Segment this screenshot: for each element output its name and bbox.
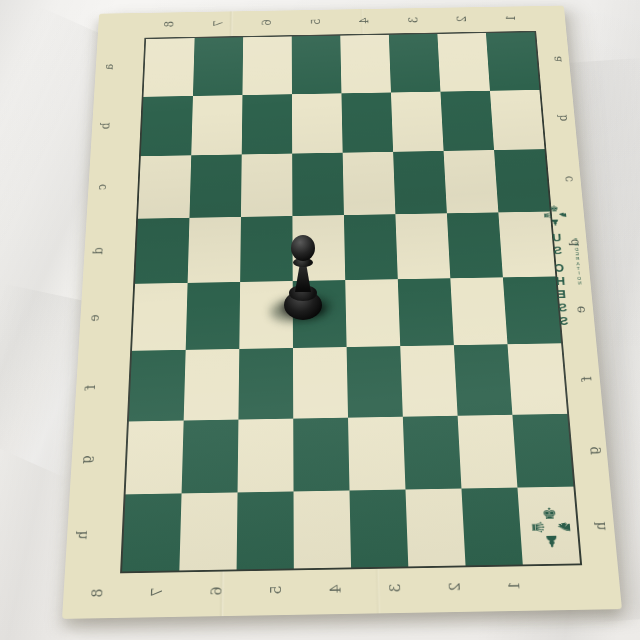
- square-a8[interactable]: [143, 38, 194, 96]
- square-b6[interactable]: [242, 94, 292, 155]
- square-g7[interactable]: [182, 419, 239, 493]
- square-g4[interactable]: [348, 416, 405, 490]
- square-f2[interactable]: [454, 344, 513, 415]
- square-b4[interactable]: [341, 92, 393, 153]
- square-g5[interactable]: [293, 417, 349, 491]
- square-c1[interactable]: [494, 149, 550, 212]
- square-e2[interactable]: [450, 277, 507, 345]
- coord-label-8: 8: [79, 565, 116, 621]
- square-f4[interactable]: [347, 346, 403, 417]
- square-a6[interactable]: [242, 36, 291, 94]
- brand-letter: U: [552, 231, 562, 244]
- us-chess-diamond-logo: ♚♞♟♛: [541, 205, 568, 226]
- vinyl-chess-mat: 87654321 87654321 abcdefgh abcdefgh ♚♞♟♛…: [62, 6, 622, 619]
- coord-label-b: b: [67, 116, 142, 135]
- square-g6[interactable]: [238, 418, 294, 492]
- square-d7[interactable]: [188, 217, 241, 283]
- square-g1[interactable]: [512, 414, 573, 488]
- square-e8[interactable]: [132, 282, 188, 350]
- square-d3[interactable]: [395, 213, 450, 279]
- logo-piece-glyph: ♛: [528, 520, 546, 534]
- square-e7[interactable]: [186, 282, 240, 350]
- brand-letter: S: [553, 244, 563, 257]
- coord-label-d: d: [59, 241, 137, 262]
- square-g8[interactable]: [126, 420, 184, 494]
- square-f1[interactable]: [508, 343, 568, 414]
- square-b8[interactable]: [141, 96, 193, 157]
- square-b1[interactable]: [490, 90, 545, 151]
- photo-scene: chess 87654321 87654321 abcdefgh abcdefg…: [0, 0, 640, 640]
- us-chess-wordmark: USCHESS: [552, 231, 570, 328]
- square-h6[interactable]: [237, 492, 294, 570]
- coord-label-h: h: [39, 523, 124, 548]
- logo-piece-glyph: ♛: [542, 212, 552, 219]
- logo-piece-glyph: ♚: [541, 506, 557, 521]
- square-f7[interactable]: [184, 349, 240, 420]
- brand-letter: E: [557, 288, 567, 301]
- brand-letter: H: [555, 275, 565, 288]
- square-h8[interactable]: [122, 494, 181, 572]
- square-h3[interactable]: [405, 489, 465, 567]
- square-e4[interactable]: [345, 279, 400, 347]
- logo-piece-glyph: ♟: [543, 533, 559, 549]
- brand-letter: S: [558, 301, 568, 315]
- us-chess-corner-logo: ♚♞♟♛: [527, 506, 575, 548]
- square-c7[interactable]: [189, 155, 241, 218]
- coord-label-e: e: [54, 307, 134, 329]
- square-d4[interactable]: [344, 214, 398, 280]
- square-a5[interactable]: [292, 36, 342, 94]
- square-a7[interactable]: [193, 37, 243, 95]
- square-d2[interactable]: [447, 212, 503, 278]
- brand-letter: C: [554, 262, 564, 275]
- square-a1[interactable]: [486, 32, 539, 90]
- rank-labels-top: 87654321: [145, 9, 536, 34]
- logo-piece-glyph: ♞: [556, 520, 574, 534]
- square-c5[interactable]: [292, 153, 344, 216]
- square-f6[interactable]: [238, 348, 293, 419]
- federation-text: FEDERATION: [573, 237, 581, 285]
- square-a4[interactable]: [340, 35, 391, 93]
- square-g3[interactable]: [403, 416, 462, 490]
- square-a2[interactable]: [437, 33, 490, 91]
- coord-label-g: g: [44, 448, 128, 472]
- square-h7[interactable]: [179, 493, 237, 571]
- pawn-stem: [295, 264, 311, 292]
- square-f5[interactable]: [293, 347, 348, 418]
- square-d8[interactable]: [135, 218, 189, 284]
- square-c4[interactable]: [343, 152, 396, 215]
- square-g2[interactable]: [458, 415, 518, 489]
- square-h4[interactable]: [350, 490, 409, 568]
- rank-labels-bottom: 87654321: [67, 570, 546, 610]
- square-c8[interactable]: [138, 156, 191, 219]
- square-b3[interactable]: [391, 91, 444, 152]
- playing-area: [120, 31, 582, 573]
- coord-label-c: c: [63, 177, 140, 197]
- coord-label-a: a: [72, 58, 146, 77]
- square-c6[interactable]: [241, 154, 292, 217]
- pawn-head: [291, 235, 315, 261]
- brand-letter: N: [577, 280, 581, 285]
- square-f3[interactable]: [400, 345, 457, 416]
- square-b2[interactable]: [440, 91, 494, 152]
- square-a3[interactable]: [389, 34, 441, 92]
- coord-label-f: f: [49, 376, 131, 399]
- square-c3[interactable]: [393, 151, 447, 214]
- square-c2[interactable]: [444, 150, 499, 213]
- square-b5[interactable]: [292, 93, 343, 154]
- square-b7[interactable]: [191, 95, 242, 156]
- file-labels-left: abcdefgh: [67, 38, 121, 574]
- square-h2[interactable]: [461, 488, 522, 566]
- black-pawn[interactable]: [270, 230, 340, 325]
- square-h5[interactable]: [294, 491, 352, 569]
- brand-letter: S: [559, 315, 569, 329]
- square-e3[interactable]: [398, 278, 454, 346]
- square-f8[interactable]: [129, 350, 186, 421]
- logo-piece-glyph: ♟: [550, 218, 560, 226]
